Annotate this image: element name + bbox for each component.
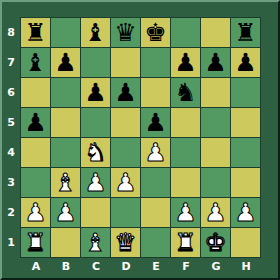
square-b5[interactable] — [51, 108, 80, 137]
file-label-f: F — [171, 259, 201, 274]
square-c2[interactable] — [81, 198, 110, 227]
square-d6[interactable]: ♟ — [111, 78, 140, 107]
square-a6[interactable] — [21, 78, 50, 107]
square-g2[interactable]: ♟ — [201, 198, 230, 227]
black-knight-icon: ♞ — [174, 78, 196, 107]
square-c7[interactable] — [81, 48, 110, 77]
white-knight-icon: ♞ — [84, 138, 106, 167]
square-b1[interactable] — [51, 228, 80, 257]
square-d2[interactable] — [111, 198, 140, 227]
white-pawn-icon: ♟ — [174, 198, 196, 227]
rank-label-6: 6 — [2, 78, 20, 108]
white-bishop-icon: ♝ — [54, 168, 76, 197]
square-g7[interactable]: ♟ — [201, 48, 230, 77]
square-h3[interactable] — [231, 168, 260, 197]
black-pawn-icon: ♟ — [144, 108, 166, 137]
square-b8[interactable] — [51, 18, 80, 47]
square-g1[interactable]: ♚ — [201, 228, 230, 257]
square-a5[interactable]: ♟ — [21, 108, 50, 137]
square-b2[interactable]: ♟ — [51, 198, 80, 227]
square-d7[interactable] — [111, 48, 140, 77]
square-e4[interactable]: ♟ — [141, 138, 170, 167]
rank-label-3: 3 — [2, 168, 20, 198]
square-e3[interactable] — [141, 168, 170, 197]
square-a2[interactable]: ♟ — [21, 198, 50, 227]
square-d5[interactable] — [111, 108, 140, 137]
square-e8[interactable]: ♚ — [141, 18, 170, 47]
file-label-h: H — [231, 259, 261, 274]
square-b6[interactable] — [51, 78, 80, 107]
square-a4[interactable] — [21, 138, 50, 167]
file-label-c: C — [81, 259, 111, 274]
square-f4[interactable] — [171, 138, 200, 167]
square-d1[interactable]: ♛ — [111, 228, 140, 257]
square-e5[interactable]: ♟ — [141, 108, 170, 137]
white-pawn-icon: ♟ — [84, 168, 106, 197]
square-a8[interactable]: ♜ — [21, 18, 50, 47]
square-g8[interactable] — [201, 18, 230, 47]
square-b7[interactable]: ♟ — [51, 48, 80, 77]
white-pawn-icon: ♟ — [24, 198, 46, 227]
square-e1[interactable] — [141, 228, 170, 257]
rank-labels: 87654321 — [2, 18, 20, 258]
rank-label-7: 7 — [2, 48, 20, 78]
square-g5[interactable] — [201, 108, 230, 137]
square-c4[interactable]: ♞ — [81, 138, 110, 167]
file-label-g: G — [201, 259, 231, 274]
square-f5[interactable] — [171, 108, 200, 137]
square-h6[interactable] — [231, 78, 260, 107]
square-b3[interactable]: ♝ — [51, 168, 80, 197]
square-f7[interactable]: ♟ — [171, 48, 200, 77]
file-label-d: D — [111, 259, 141, 274]
black-pawn-icon: ♟ — [174, 48, 196, 77]
chess-board-window: 87654321 ♜♝♛♚♜♝♟♟♟♟♟♟♞♟♟♞♟♝♟♟♟♟♟♟♟♜♝♛♜♚ … — [0, 0, 280, 280]
white-queen-icon: ♛ — [114, 228, 136, 257]
file-labels: ABCDEFGH — [21, 259, 261, 274]
square-e6[interactable] — [141, 78, 170, 107]
square-f1[interactable]: ♜ — [171, 228, 200, 257]
white-rook-icon: ♜ — [174, 228, 196, 257]
black-bishop-icon: ♝ — [84, 18, 106, 47]
black-pawn-icon: ♟ — [234, 48, 256, 77]
white-pawn-icon: ♟ — [114, 168, 136, 197]
square-e2[interactable] — [141, 198, 170, 227]
white-pawn-icon: ♟ — [54, 198, 76, 227]
white-pawn-icon: ♟ — [144, 138, 166, 167]
file-label-b: B — [51, 259, 81, 274]
square-g3[interactable] — [201, 168, 230, 197]
rank-label-2: 2 — [2, 198, 20, 228]
square-a1[interactable]: ♜ — [21, 228, 50, 257]
black-pawn-icon: ♟ — [54, 48, 76, 77]
black-pawn-icon: ♟ — [204, 48, 226, 77]
square-c5[interactable] — [81, 108, 110, 137]
square-g4[interactable] — [201, 138, 230, 167]
square-a7[interactable]: ♝ — [21, 48, 50, 77]
file-label-e: E — [141, 259, 171, 274]
square-f3[interactable] — [171, 168, 200, 197]
black-bishop-icon: ♝ — [24, 48, 46, 77]
square-a3[interactable] — [21, 168, 50, 197]
black-pawn-icon: ♟ — [114, 78, 136, 107]
rank-label-8: 8 — [2, 18, 20, 48]
black-pawn-icon: ♟ — [84, 78, 106, 107]
white-bishop-icon: ♝ — [84, 228, 106, 257]
square-h4[interactable] — [231, 138, 260, 167]
rank-label-4: 4 — [2, 138, 20, 168]
square-d3[interactable]: ♟ — [111, 168, 140, 197]
square-f8[interactable] — [171, 18, 200, 47]
white-rook-icon: ♜ — [24, 228, 46, 257]
square-g6[interactable] — [201, 78, 230, 107]
square-h2[interactable]: ♟ — [231, 198, 260, 227]
square-c3[interactable]: ♟ — [81, 168, 110, 197]
black-king-icon: ♚ — [144, 18, 166, 47]
chess-board: ♜♝♛♚♜♝♟♟♟♟♟♟♞♟♟♞♟♝♟♟♟♟♟♟♟♜♝♛♜♚ — [20, 17, 261, 258]
black-queen-icon: ♛ — [114, 18, 136, 47]
square-h1[interactable] — [231, 228, 260, 257]
square-c6[interactable]: ♟ — [81, 78, 110, 107]
square-h8[interactable]: ♜ — [231, 18, 260, 47]
square-e7[interactable] — [141, 48, 170, 77]
square-c8[interactable]: ♝ — [81, 18, 110, 47]
rank-label-1: 1 — [2, 228, 20, 258]
square-h7[interactable]: ♟ — [231, 48, 260, 77]
square-f2[interactable]: ♟ — [171, 198, 200, 227]
square-f6[interactable]: ♞ — [171, 78, 200, 107]
white-king-icon: ♚ — [204, 228, 226, 257]
white-pawn-icon: ♟ — [204, 198, 226, 227]
rank-label-5: 5 — [2, 108, 20, 138]
black-rook-icon: ♜ — [234, 18, 256, 47]
square-d4[interactable] — [111, 138, 140, 167]
black-pawn-icon: ♟ — [24, 108, 46, 137]
square-b4[interactable] — [51, 138, 80, 167]
square-c1[interactable]: ♝ — [81, 228, 110, 257]
square-d8[interactable]: ♛ — [111, 18, 140, 47]
black-rook-icon: ♜ — [24, 18, 46, 47]
white-pawn-icon: ♟ — [234, 198, 256, 227]
square-h5[interactable] — [231, 108, 260, 137]
file-label-a: A — [21, 259, 51, 274]
